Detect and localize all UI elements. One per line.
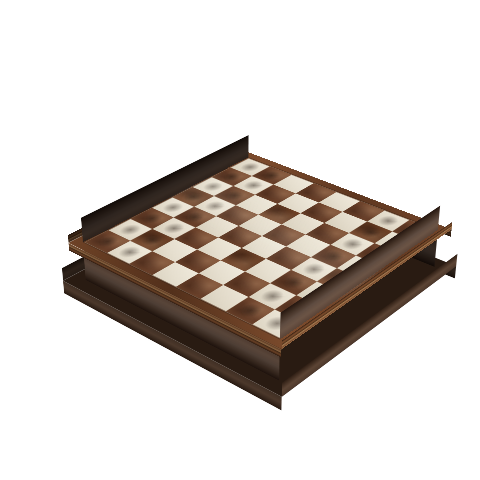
chess-set-product-photo: ♜♜♞♞♝♝♚♚♛♛♝♝♞♞♜♜♟♟♟♟♟♟♟♟♟♟♟♟♟♟♟♟♟♟♟♟♟♟♟♟…	[0, 0, 480, 480]
perspective-container: ♜♜♞♞♝♝♚♚♛♛♝♝♞♞♜♜♟♟♟♟♟♟♟♟♟♟♟♟♟♟♟♟♟♟♟♟♟♟♟♟…	[0, 0, 480, 480]
piece-reflection: ♟	[95, 234, 165, 249]
